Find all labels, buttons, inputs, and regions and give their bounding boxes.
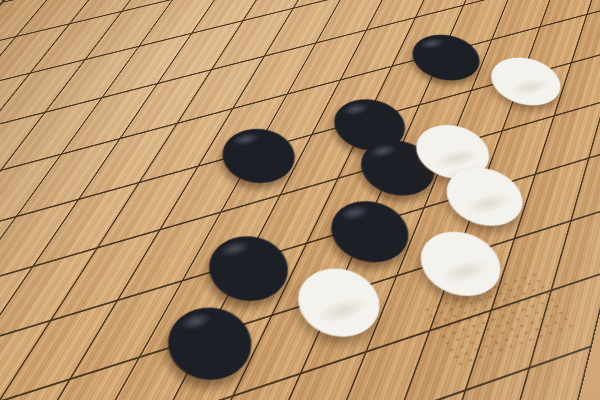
go-board-photo: ●●●●●●●●●●●● [0, 0, 600, 400]
go-board: ●●●●●●●●●●●● [0, 0, 600, 400]
